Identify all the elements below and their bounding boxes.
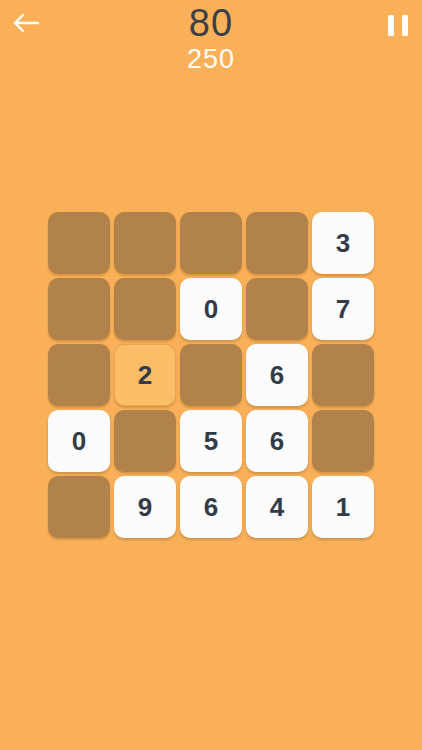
- tile-r4c3[interactable]: 5: [180, 410, 242, 472]
- score-value: 80: [0, 0, 422, 46]
- tile-r4c4[interactable]: 6: [246, 410, 308, 472]
- tile-r3c4[interactable]: 6: [246, 344, 308, 406]
- tile-r1c4[interactable]: [246, 212, 308, 274]
- tile-r3c2[interactable]: 2: [114, 344, 176, 406]
- tile-r5c4[interactable]: 4: [246, 476, 308, 538]
- tile-r2c2[interactable]: [114, 278, 176, 340]
- tile-r2c4[interactable]: [246, 278, 308, 340]
- tile-r1c1[interactable]: [48, 212, 110, 274]
- pause-icon: [402, 15, 408, 36]
- pause-icon: [388, 15, 394, 36]
- tile-r3c5[interactable]: [312, 344, 374, 406]
- pause-button[interactable]: [388, 14, 408, 36]
- tile-r5c5[interactable]: 1: [312, 476, 374, 538]
- tile-r5c2[interactable]: 9: [114, 476, 176, 538]
- tile-r4c5[interactable]: [312, 410, 374, 472]
- tile-r4c2[interactable]: [114, 410, 176, 472]
- tile-r1c5[interactable]: 3: [312, 212, 374, 274]
- tile-r3c3[interactable]: [180, 344, 242, 406]
- tile-r3c1[interactable]: [48, 344, 110, 406]
- tile-r1c2[interactable]: [114, 212, 176, 274]
- tile-r4c1[interactable]: 0: [48, 410, 110, 472]
- tile-r5c1[interactable]: [48, 476, 110, 538]
- tile-r1c3[interactable]: [180, 212, 242, 274]
- top-bar: 80 250: [0, 0, 422, 80]
- tile-r2c1[interactable]: [48, 278, 110, 340]
- tile-r2c5[interactable]: 7: [312, 278, 374, 340]
- board: 307260569641: [48, 212, 374, 538]
- tile-r2c3[interactable]: 0: [180, 278, 242, 340]
- tile-r5c3[interactable]: 6: [180, 476, 242, 538]
- target-value: 250: [0, 44, 422, 74]
